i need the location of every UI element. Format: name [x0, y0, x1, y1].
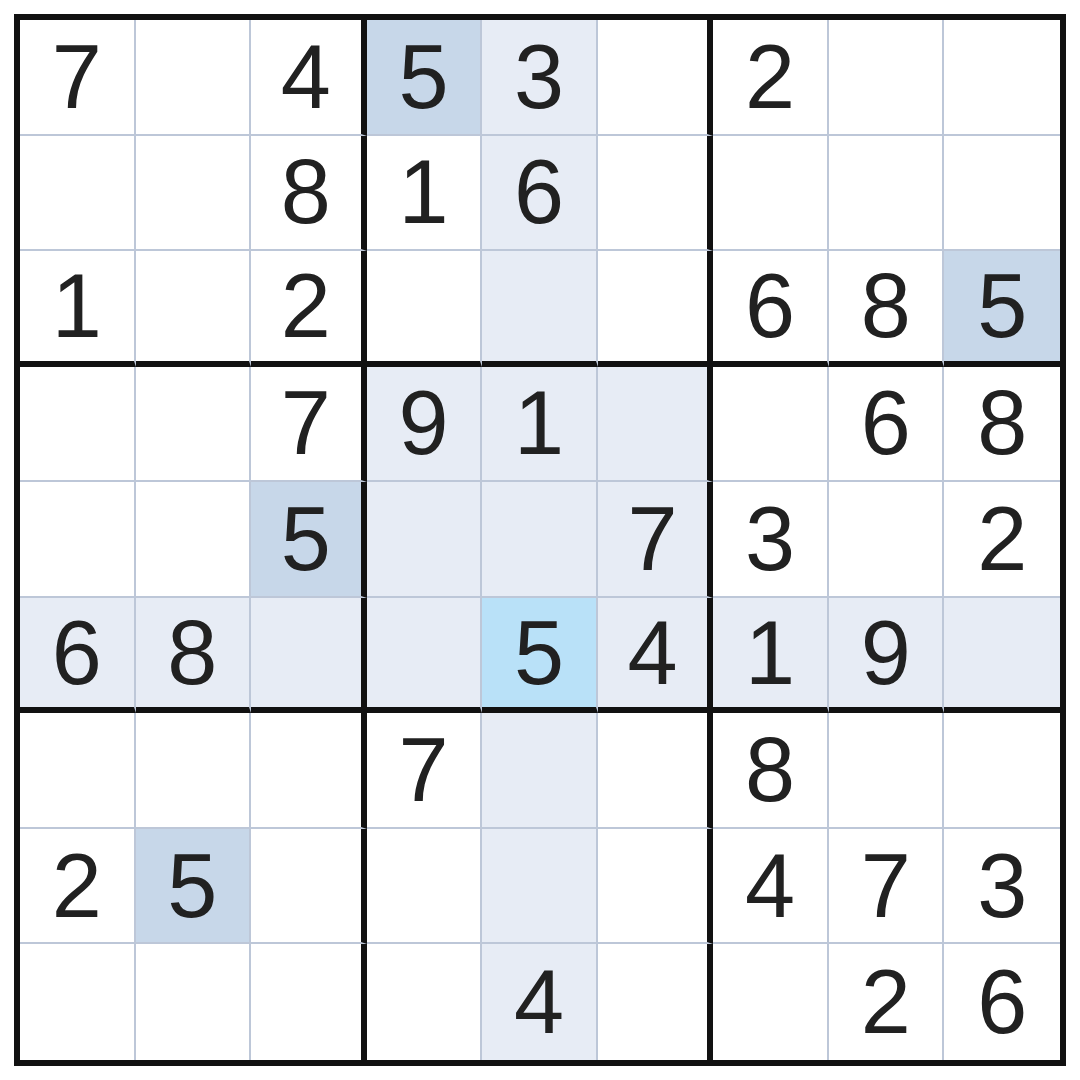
cell-r7c6[interactable] — [598, 713, 714, 829]
cell-r1c1[interactable]: 7 — [20, 20, 136, 136]
cell-r5c2[interactable] — [136, 482, 252, 598]
cell-r3c2[interactable] — [136, 251, 252, 367]
cell-r6c3[interactable] — [251, 598, 367, 714]
cell-r6c8[interactable]: 9 — [829, 598, 945, 714]
cell-r3c1[interactable]: 1 — [20, 251, 136, 367]
cell-r6c5[interactable]: 5 — [482, 598, 598, 714]
cell-r5c7[interactable]: 3 — [713, 482, 829, 598]
cell-r7c8[interactable] — [829, 713, 945, 829]
cell-r5c3[interactable]: 5 — [251, 482, 367, 598]
cell-r2c8[interactable] — [829, 136, 945, 252]
cell-r9c4[interactable] — [367, 944, 483, 1060]
cell-r6c4[interactable] — [367, 598, 483, 714]
cell-r3c5[interactable] — [482, 251, 598, 367]
cell-r2c1[interactable] — [20, 136, 136, 252]
cell-r3c6[interactable] — [598, 251, 714, 367]
sudoku-board: 74532816126857916857326854197825473426 — [14, 14, 1066, 1066]
cell-r5c4[interactable] — [367, 482, 483, 598]
cell-r8c4[interactable] — [367, 829, 483, 945]
cell-r3c4[interactable] — [367, 251, 483, 367]
cell-r8c6[interactable] — [598, 829, 714, 945]
cell-r4c5[interactable]: 1 — [482, 367, 598, 483]
cell-r5c6[interactable]: 7 — [598, 482, 714, 598]
cell-r1c9[interactable] — [944, 20, 1060, 136]
cell-r8c1[interactable]: 2 — [20, 829, 136, 945]
cell-r6c7[interactable]: 1 — [713, 598, 829, 714]
cell-r3c7[interactable]: 6 — [713, 251, 829, 367]
cell-r8c9[interactable]: 3 — [944, 829, 1060, 945]
cell-r6c2[interactable]: 8 — [136, 598, 252, 714]
page-background: 74532816126857916857326854197825473426 — [0, 0, 1080, 1080]
cell-r4c2[interactable] — [136, 367, 252, 483]
cell-r4c3[interactable]: 7 — [251, 367, 367, 483]
cell-r8c8[interactable]: 7 — [829, 829, 945, 945]
cell-r9c5[interactable]: 4 — [482, 944, 598, 1060]
cell-r1c2[interactable] — [136, 20, 252, 136]
cell-r5c9[interactable]: 2 — [944, 482, 1060, 598]
cell-r3c8[interactable]: 8 — [829, 251, 945, 367]
cell-r1c5[interactable]: 3 — [482, 20, 598, 136]
cell-r9c2[interactable] — [136, 944, 252, 1060]
cell-r1c3[interactable]: 4 — [251, 20, 367, 136]
cell-r4c6[interactable] — [598, 367, 714, 483]
cell-r7c9[interactable] — [944, 713, 1060, 829]
cell-r7c4[interactable]: 7 — [367, 713, 483, 829]
cell-r5c8[interactable] — [829, 482, 945, 598]
cell-r7c2[interactable] — [136, 713, 252, 829]
cell-r5c1[interactable] — [20, 482, 136, 598]
cell-r8c5[interactable] — [482, 829, 598, 945]
cell-r9c1[interactable] — [20, 944, 136, 1060]
cell-r6c1[interactable]: 6 — [20, 598, 136, 714]
cell-r8c3[interactable] — [251, 829, 367, 945]
cell-r1c6[interactable] — [598, 20, 714, 136]
cell-r1c7[interactable]: 2 — [713, 20, 829, 136]
cell-r4c4[interactable]: 9 — [367, 367, 483, 483]
cell-r4c1[interactable] — [20, 367, 136, 483]
cell-r7c5[interactable] — [482, 713, 598, 829]
cell-r7c7[interactable]: 8 — [713, 713, 829, 829]
cell-r2c7[interactable] — [713, 136, 829, 252]
cell-r5c5[interactable] — [482, 482, 598, 598]
cell-r9c9[interactable]: 6 — [944, 944, 1060, 1060]
cell-r4c7[interactable] — [713, 367, 829, 483]
cell-r3c9[interactable]: 5 — [944, 251, 1060, 367]
cell-r2c2[interactable] — [136, 136, 252, 252]
cell-r9c3[interactable] — [251, 944, 367, 1060]
cell-r8c2[interactable]: 5 — [136, 829, 252, 945]
cell-r2c3[interactable]: 8 — [251, 136, 367, 252]
cell-r2c6[interactable] — [598, 136, 714, 252]
cell-r2c4[interactable]: 1 — [367, 136, 483, 252]
cell-r7c1[interactable] — [20, 713, 136, 829]
cell-r1c8[interactable] — [829, 20, 945, 136]
cell-r3c3[interactable]: 2 — [251, 251, 367, 367]
cell-r6c6[interactable]: 4 — [598, 598, 714, 714]
cell-r9c7[interactable] — [713, 944, 829, 1060]
cell-r2c5[interactable]: 6 — [482, 136, 598, 252]
cell-r2c9[interactable] — [944, 136, 1060, 252]
cell-r4c9[interactable]: 8 — [944, 367, 1060, 483]
cell-r8c7[interactable]: 4 — [713, 829, 829, 945]
cell-r9c8[interactable]: 2 — [829, 944, 945, 1060]
cell-r7c3[interactable] — [251, 713, 367, 829]
cell-r6c9[interactable] — [944, 598, 1060, 714]
cell-r1c4[interactable]: 5 — [367, 20, 483, 136]
cell-r9c6[interactable] — [598, 944, 714, 1060]
cell-r4c8[interactable]: 6 — [829, 367, 945, 483]
